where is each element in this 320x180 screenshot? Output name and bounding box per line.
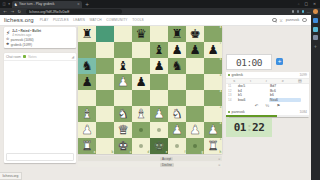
square-a2[interactable]: ♟ bbox=[78, 122, 96, 138]
square-c2[interactable]: ♛ bbox=[114, 122, 132, 138]
square-g8[interactable]: ♚ bbox=[186, 26, 204, 42]
square-h1[interactable]: ♜h1 bbox=[204, 138, 222, 154]
rank-coordinate: 6 bbox=[220, 58, 222, 61]
square-f8[interactable]: ♜ bbox=[168, 26, 186, 42]
square-c7[interactable] bbox=[114, 42, 132, 58]
tab-title: Your turn - Play grobnik bbox=[19, 2, 76, 6]
square-c4[interactable] bbox=[114, 90, 132, 106]
tab-notes[interactable]: Notes bbox=[28, 55, 36, 59]
white-knight[interactable]: ♞ bbox=[168, 106, 186, 122]
lichess-logo[interactable]: lichess.org bbox=[4, 17, 34, 23]
square-d3[interactable]: ♝ bbox=[132, 106, 150, 122]
header-right: ⚔ pannvok bbox=[272, 18, 307, 23]
black-move[interactable]: b6 bbox=[269, 93, 301, 97]
white-pawn[interactable]: ♟ bbox=[114, 74, 132, 90]
black-knight[interactable]: ♞ bbox=[78, 58, 96, 74]
nav-watch[interactable]: WATCH bbox=[89, 18, 101, 22]
black-king-icon: ♚ bbox=[6, 43, 9, 47]
url-text: lichess.org/9dKJRw3vDwE bbox=[29, 10, 70, 14]
dismiss-icon[interactable]: × bbox=[218, 163, 221, 167]
black-player-line[interactable]: ♚ grobnik (1099) bbox=[6, 43, 74, 47]
white-player-label: pannvok (1084) bbox=[11, 38, 34, 42]
square-c5[interactable]: ♟ bbox=[114, 74, 132, 90]
white-knight[interactable]: ♞ bbox=[114, 106, 132, 122]
extension-icon[interactable] bbox=[292, 10, 295, 13]
square-f7[interactable]: ♟ bbox=[168, 42, 186, 58]
square-d2[interactable] bbox=[132, 122, 150, 138]
extension-icon[interactable] bbox=[297, 10, 300, 13]
dismiss-icon[interactable]: × bbox=[218, 157, 221, 161]
nav-learn[interactable]: LEARN bbox=[73, 18, 85, 22]
move-number: 14 bbox=[228, 98, 237, 102]
forward-icon[interactable]: → bbox=[11, 8, 15, 15]
square-h7[interactable]: ♟7 bbox=[204, 42, 222, 58]
player-name: pannvok bbox=[232, 110, 245, 114]
white-move[interactable]: dxc5 bbox=[237, 84, 269, 88]
sidebar-app-icon[interactable] bbox=[313, 18, 318, 23]
file-coordinate: c bbox=[130, 151, 132, 154]
move-number: 12 bbox=[228, 89, 237, 93]
square-e3[interactable]: ♟ bbox=[150, 106, 168, 122]
resign-icon[interactable]: ⚑ bbox=[276, 102, 280, 109]
address-bar[interactable]: lichess.org/9dKJRw3vDwE bbox=[26, 9, 122, 14]
square-h5[interactable]: 5 bbox=[204, 74, 222, 90]
move-list: 11dxc5Bd712b4Bc613b5b614bxa6Nxa6 bbox=[226, 84, 309, 102]
minimize-button[interactable]: – bbox=[298, 0, 300, 8]
underboard-row-accept[interactable]: Accept × bbox=[78, 156, 222, 161]
takeback-icon[interactable]: ↶ bbox=[255, 102, 259, 109]
refresh-icon[interactable]: ↻ bbox=[18, 8, 22, 15]
white-move[interactable]: bxa6 bbox=[237, 98, 269, 102]
square-a4[interactable] bbox=[78, 90, 96, 106]
square-f5[interactable] bbox=[168, 74, 186, 90]
white-bishop[interactable]: ♝ bbox=[132, 106, 150, 122]
move-dest-dot[interactable] bbox=[139, 144, 144, 149]
square-b4[interactable] bbox=[96, 90, 114, 106]
header-username[interactable]: pannvok bbox=[286, 18, 300, 22]
accept-button[interactable]: Accept bbox=[160, 157, 173, 161]
square-g4[interactable] bbox=[186, 90, 204, 106]
black-queen[interactable]: ♛ bbox=[132, 26, 150, 42]
square-d8[interactable]: ♛ bbox=[132, 26, 150, 42]
underboard-row-decline[interactable]: Decline × bbox=[78, 162, 222, 167]
black-bishop[interactable]: ♝ bbox=[114, 58, 132, 74]
square-c8[interactable] bbox=[114, 26, 132, 42]
chat-toggle[interactable] bbox=[23, 55, 26, 58]
search-icon[interactable] bbox=[272, 18, 276, 22]
rank-coordinate: 3 bbox=[220, 106, 222, 109]
clock-minutes: 01 bbox=[234, 121, 246, 134]
move-number: 11 bbox=[228, 84, 237, 88]
edge-sidebar: + bbox=[311, 15, 320, 180]
square-b3[interactable] bbox=[96, 106, 114, 122]
square-c1[interactable]: ♚c bbox=[114, 138, 132, 154]
extension-icon[interactable] bbox=[302, 10, 305, 13]
square-b6[interactable] bbox=[96, 58, 114, 74]
give-time-button[interactable]: + bbox=[276, 58, 283, 65]
square-b7[interactable] bbox=[96, 42, 114, 58]
square-d4[interactable] bbox=[132, 90, 150, 106]
user-menu-icon[interactable] bbox=[302, 18, 307, 23]
black-pawn[interactable]: ♟ bbox=[168, 42, 186, 58]
rank-coordinate: 4 bbox=[220, 90, 222, 93]
square-g3[interactable] bbox=[186, 106, 204, 122]
draw-offer-icon[interactable]: ½ bbox=[265, 102, 269, 109]
black-rook[interactable]: ♜ bbox=[78, 26, 96, 42]
square-h3[interactable]: 3 bbox=[204, 106, 222, 122]
main-nav: PLAY PUZZLES LEARN WATCH COMMUNITY TOOLS bbox=[40, 18, 144, 22]
move-row: 13b5b6 bbox=[226, 93, 309, 98]
opponent-clock: 01:00 bbox=[226, 54, 272, 70]
white-pawn[interactable]: ♟ bbox=[168, 122, 186, 138]
move-dest-dot[interactable] bbox=[175, 144, 180, 149]
file-coordinate: e bbox=[166, 151, 168, 154]
browser-toolbar: ← → ↻ lichess.org/9dKJRw3vDwE … bbox=[0, 8, 320, 15]
file-coordinate: d bbox=[148, 151, 150, 154]
black-rook[interactable]: ♜ bbox=[168, 26, 186, 42]
player-rating: 1084 bbox=[299, 110, 307, 114]
new-tab-button[interactable]: + bbox=[85, 0, 89, 8]
square-a3[interactable]: ♝ bbox=[78, 106, 96, 122]
white-king-icon: ♔ bbox=[6, 38, 9, 42]
chat-expand-icon[interactable]: ◢ bbox=[71, 55, 74, 59]
square-a8[interactable]: ♜ bbox=[78, 26, 96, 42]
move-dest-dot[interactable] bbox=[193, 144, 198, 149]
browser-tab-bar: ◫ ▾ ♞ Your turn - Play grobnik × + – □ × bbox=[0, 0, 320, 8]
site-header: lichess.org PLAY PUZZLES LEARN WATCH COM… bbox=[0, 15, 320, 26]
square-f6[interactable]: ♞ bbox=[168, 58, 186, 74]
status-tooltip: lichess.org bbox=[0, 172, 22, 180]
white-pawn[interactable]: ♟ bbox=[78, 122, 96, 138]
opponent-name: grobnik bbox=[232, 73, 243, 77]
nav-tools[interactable]: TOOLS bbox=[132, 18, 144, 22]
chat-card: Chat room Notes ◢ bbox=[4, 53, 76, 163]
nav-play[interactable]: PLAY bbox=[40, 18, 49, 22]
square-a6[interactable]: ♞ bbox=[78, 58, 96, 74]
square-d1[interactable]: d bbox=[132, 138, 150, 154]
first-move-icon[interactable]: « bbox=[233, 78, 235, 84]
file-coordinate: h bbox=[220, 151, 222, 154]
black-pawn[interactable]: ♟ bbox=[186, 42, 204, 58]
square-g7[interactable]: ♟ bbox=[186, 42, 204, 58]
square-h8[interactable]: 8 bbox=[204, 26, 222, 42]
square-g6[interactable] bbox=[186, 58, 204, 74]
square-g5[interactable] bbox=[186, 74, 204, 90]
white-player-line[interactable]: ♔ pannvok (1084) bbox=[6, 38, 74, 42]
square-e6[interactable]: ♟ bbox=[150, 58, 168, 74]
sidebar-app-icon[interactable] bbox=[313, 35, 318, 40]
file-coordinate: b bbox=[112, 151, 114, 154]
rank-coordinate: 1 bbox=[220, 138, 222, 141]
square-e4[interactable] bbox=[150, 90, 168, 106]
rank-coordinate: 5 bbox=[220, 74, 222, 77]
player-clock: 01:22 bbox=[226, 118, 272, 137]
online-dot bbox=[228, 74, 230, 76]
square-b2[interactable] bbox=[96, 122, 114, 138]
lichess-favicon-icon: ♞ bbox=[14, 1, 18, 8]
online-dot bbox=[228, 111, 230, 113]
window-controls: – □ × bbox=[298, 0, 320, 8]
black-move[interactable]: Bd7 bbox=[269, 84, 301, 88]
game-actions: ↶½⚑ bbox=[226, 102, 309, 109]
chess-board: ♜♛♜♚8♝♟♟♟7♞♝♟♞6♟♟♟54♝♞♝♟♞3♟♛♟♟♟2♜ab♚cd♚e… bbox=[78, 26, 222, 154]
browser-tab-active[interactable]: ♞ Your turn - Play grobnik × bbox=[12, 1, 82, 8]
white-bishop[interactable]: ♝ bbox=[78, 106, 96, 122]
move-number: 13 bbox=[228, 93, 237, 97]
black-pawn[interactable]: ♟ bbox=[78, 74, 96, 90]
square-e7[interactable]: ♝ bbox=[150, 42, 168, 58]
nav-puzzles[interactable]: PUZZLES bbox=[53, 18, 69, 22]
analysis-board-icon[interactable]: ▤ bbox=[298, 78, 302, 84]
last-move-icon[interactable]: » bbox=[281, 78, 283, 84]
back-icon[interactable]: ← bbox=[4, 8, 8, 15]
square-e8[interactable] bbox=[150, 26, 168, 42]
browser-profile-avatar[interactable] bbox=[313, 9, 318, 14]
tab-chat-room[interactable]: Chat room bbox=[6, 55, 21, 59]
nav-community[interactable]: COMMUNITY bbox=[106, 18, 127, 22]
square-e2[interactable] bbox=[150, 122, 168, 138]
move-dest-dot[interactable] bbox=[139, 128, 144, 133]
challenge-icon[interactable]: ⚔ bbox=[279, 18, 283, 23]
prev-move-icon[interactable]: ‹ bbox=[250, 78, 252, 84]
move-dest-dot[interactable] bbox=[157, 128, 162, 133]
game-page: ⚡ 2+1 • Rated • Bullet 4 minutes ago ♔ p… bbox=[0, 26, 320, 180]
black-bishop[interactable]: ♝ bbox=[150, 42, 168, 58]
white-pawn[interactable]: ♟ bbox=[150, 106, 168, 122]
square-f2[interactable]: ♟ bbox=[168, 122, 186, 138]
chat-input[interactable] bbox=[6, 153, 74, 161]
black-king[interactable]: ♚ bbox=[186, 26, 204, 42]
browser-window: ◫ ▾ ♞ Your turn - Play grobnik × + – □ ×… bbox=[0, 0, 320, 180]
square-h6[interactable]: 6 bbox=[204, 58, 222, 74]
file-coordinate: a bbox=[94, 151, 96, 154]
square-e5[interactable] bbox=[150, 74, 168, 90]
square-d5[interactable]: ♟ bbox=[132, 74, 150, 90]
square-g2[interactable]: ♟ bbox=[186, 122, 204, 138]
browser-menu-icon[interactable]: … bbox=[307, 10, 311, 14]
square-c3[interactable]: ♞ bbox=[114, 106, 132, 122]
file-coordinate: f bbox=[184, 151, 185, 154]
window-close-button[interactable]: × bbox=[313, 0, 316, 8]
black-move[interactable]: Nxa6 bbox=[269, 98, 301, 102]
black-pawn[interactable]: ♟ bbox=[132, 74, 150, 90]
time-bar-track bbox=[226, 115, 309, 117]
game-age-label: 4 minutes ago bbox=[12, 33, 41, 37]
square-a5[interactable]: ♟ bbox=[78, 74, 96, 90]
square-g1[interactable]: g bbox=[186, 138, 204, 154]
maximize-button[interactable]: □ bbox=[305, 0, 308, 8]
white-move[interactable]: b5 bbox=[237, 93, 269, 97]
square-f4[interactable] bbox=[168, 90, 186, 106]
tab-list-icon[interactable]: ▾ bbox=[8, 0, 10, 8]
square-f3[interactable]: ♞ bbox=[168, 106, 186, 122]
sidebar-app-icon[interactable] bbox=[313, 27, 318, 32]
clock-seconds: 22 bbox=[252, 121, 264, 134]
rank-coordinate: 7 bbox=[220, 42, 222, 45]
square-d7[interactable] bbox=[132, 42, 150, 58]
time-bar bbox=[226, 115, 277, 117]
clock-colon: : bbox=[246, 121, 252, 134]
rank-coordinate: 2 bbox=[220, 122, 222, 125]
bullet-icon: ⚡ bbox=[6, 30, 10, 36]
game-meta-card: ⚡ 2+1 • Rated • Bullet 4 minutes ago ♔ p… bbox=[4, 27, 76, 48]
square-e1[interactable]: ♚e bbox=[150, 138, 168, 154]
white-queen[interactable]: ♛ bbox=[114, 122, 132, 138]
square-h2[interactable]: ♟2 bbox=[204, 122, 222, 138]
square-b1[interactable]: b bbox=[96, 138, 114, 154]
decline-button[interactable]: Decline bbox=[160, 163, 174, 167]
sidebar-add-icon[interactable]: + bbox=[314, 44, 318, 49]
workspace-icon[interactable]: ◫ bbox=[3, 0, 6, 8]
black-pawn[interactable]: ♟ bbox=[150, 58, 168, 74]
lastmove-highlight bbox=[96, 26, 114, 42]
square-d6[interactable] bbox=[132, 58, 150, 74]
square-b5[interactable] bbox=[96, 74, 114, 90]
next-move-icon[interactable]: › bbox=[266, 78, 268, 84]
time-control-label: 2+1 • Rated • Bullet bbox=[12, 29, 41, 33]
square-f1[interactable]: f bbox=[168, 138, 186, 154]
square-c6[interactable]: ♝ bbox=[114, 58, 132, 74]
black-player-label: grobnik (1099) bbox=[11, 43, 32, 47]
black-knight[interactable]: ♞ bbox=[168, 58, 186, 74]
file-coordinate: g bbox=[202, 151, 204, 154]
opponent-rating: 1099 bbox=[299, 73, 307, 77]
moves-card: grobnik 1099 «‹›»▤ 11dxc5Bd712b4Bc613b5b… bbox=[226, 72, 309, 117]
square-a7[interactable] bbox=[78, 42, 96, 58]
move-row: 11dxc5Bd7 bbox=[226, 84, 309, 89]
rank-coordinate: 8 bbox=[220, 26, 222, 29]
toolbar-extensions: … bbox=[292, 9, 318, 14]
square-b8[interactable] bbox=[96, 26, 114, 42]
tab-close-icon[interactable]: × bbox=[77, 2, 80, 6]
square-a1[interactable]: ♜a bbox=[78, 138, 96, 154]
square-h4[interactable]: 4 bbox=[204, 90, 222, 106]
white-pawn[interactable]: ♟ bbox=[186, 122, 204, 138]
